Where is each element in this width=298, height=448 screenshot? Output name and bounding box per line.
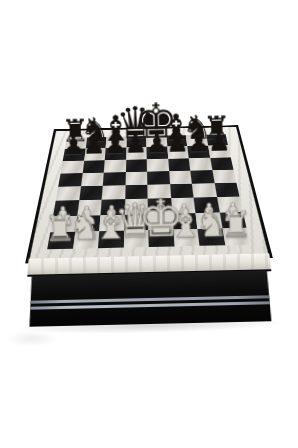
square-g7[interactable]: ♟ bbox=[187, 146, 209, 158]
chess-board-grid: ♜♞♝♛♚♝♞♜♟♟♟♟♟♟♟♟♟♟♟♟♟♟♟♟♜♞♝♛♚♝♞♜ bbox=[47, 134, 250, 249]
square-h6[interactable] bbox=[210, 157, 234, 170]
piece-black-pawn[interactable]: ♟ bbox=[166, 130, 190, 156]
square-f6[interactable] bbox=[168, 158, 191, 171]
square-g6[interactable] bbox=[189, 158, 212, 171]
piece-white-rook[interactable]: ♜ bbox=[220, 207, 252, 243]
piece-black-pawn[interactable]: ♟ bbox=[82, 132, 106, 158]
chess-set: ♜♞♝♛♚♝♞♜♟♟♟♟♟♟♟♟♟♟♟♟♟♟♟♟♜♞♝♛♚♝♞♜ bbox=[0, 0, 298, 448]
square-b6[interactable] bbox=[82, 160, 105, 173]
chess-board: ♜♞♝♛♚♝♞♜♟♟♟♟♟♟♟♟♟♟♟♟♟♟♟♟♜♞♝♛♚♝♞♜ bbox=[29, 127, 269, 262]
square-h1[interactable]: ♜ bbox=[222, 228, 250, 246]
square-h4[interactable] bbox=[214, 183, 239, 198]
square-a5[interactable] bbox=[58, 173, 82, 187]
corner-shadow bbox=[6, 330, 58, 347]
square-c5[interactable] bbox=[103, 172, 126, 186]
square-d6[interactable] bbox=[125, 159, 147, 172]
square-b4[interactable] bbox=[79, 186, 103, 201]
square-h7[interactable]: ♟ bbox=[208, 145, 231, 157]
square-d7[interactable]: ♟ bbox=[126, 147, 147, 159]
chess-set-photo: ♜♞♝♛♚♝♞♜♟♟♟♟♟♟♟♟♟♟♟♟♟♟♟♟♜♞♝♛♚♝♞♜ bbox=[0, 0, 298, 448]
square-g5[interactable] bbox=[190, 170, 214, 184]
square-e6[interactable] bbox=[147, 159, 169, 172]
square-a6[interactable] bbox=[61, 160, 84, 173]
square-d5[interactable] bbox=[125, 171, 147, 185]
square-b7[interactable]: ♟ bbox=[84, 148, 106, 160]
square-g4[interactable] bbox=[192, 183, 217, 198]
square-a4[interactable] bbox=[56, 186, 81, 201]
square-f5[interactable] bbox=[169, 170, 192, 184]
square-c6[interactable] bbox=[104, 159, 126, 172]
square-c7[interactable]: ♟ bbox=[105, 148, 126, 160]
piece-black-pawn[interactable]: ♟ bbox=[124, 131, 148, 157]
piece-black-pawn[interactable]: ♟ bbox=[208, 129, 232, 155]
square-e7[interactable]: ♟ bbox=[146, 147, 167, 159]
square-b5[interactable] bbox=[80, 172, 103, 186]
square-h5[interactable] bbox=[212, 170, 237, 184]
square-e5[interactable] bbox=[147, 171, 170, 185]
square-f7[interactable]: ♟ bbox=[167, 146, 189, 158]
